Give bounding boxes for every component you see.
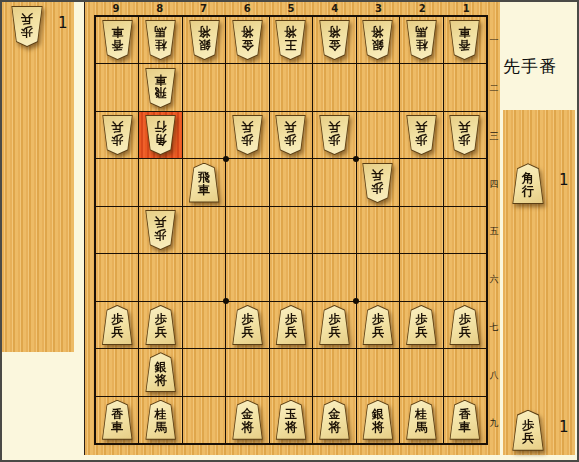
- square-48[interactable]: [313, 349, 355, 395]
- piece-silver-gote[interactable]: 銀将: [361, 20, 394, 60]
- square-62[interactable]: [226, 64, 268, 110]
- piece-gold-sente[interactable]: 金将: [231, 400, 264, 440]
- piece-kanji: 歩兵: [512, 411, 544, 450]
- piece-rook-sente[interactable]: 飛車: [188, 163, 221, 203]
- piece-tile: 歩兵: [511, 410, 545, 451]
- rank-label-8: 八: [488, 351, 500, 399]
- piece-kanji: 歩兵: [319, 306, 350, 344]
- square-89[interactable]: 桂馬: [139, 397, 181, 443]
- piece-tile: 歩兵: [274, 115, 307, 155]
- square-41[interactable]: 金将: [313, 17, 355, 63]
- piece-tile: 歩兵: [274, 305, 307, 345]
- piece-kanji: 歩兵: [232, 306, 263, 344]
- piece-pawn-sente[interactable]: 歩兵: [405, 305, 438, 345]
- square-34[interactable]: 歩兵: [357, 159, 399, 205]
- piece-pawn-gote[interactable]: 歩兵: [448, 115, 481, 155]
- piece-kanji: 歩兵: [362, 164, 393, 202]
- piece-tile: 飛車: [188, 163, 221, 203]
- piece-knight-gote[interactable]: 桂馬: [144, 20, 177, 60]
- piece-tile: 歩兵: [361, 305, 394, 345]
- hand-slot-pawn-sente[interactable]: 歩兵1: [503, 406, 575, 455]
- square-66[interactable]: [226, 254, 268, 300]
- piece-bishop-sente[interactable]: 角行: [511, 163, 545, 204]
- piece-bishop-gote[interactable]: 角行: [144, 115, 177, 155]
- square-51[interactable]: 王将: [270, 17, 312, 63]
- piece-tile: 金将: [318, 400, 351, 440]
- hand-slot-pawn-gote[interactable]: 歩兵1: [2, 2, 74, 52]
- square-47[interactable]: 歩兵: [313, 302, 355, 348]
- piece-pawn-sente[interactable]: 歩兵: [448, 305, 481, 345]
- square-76[interactable]: [183, 254, 225, 300]
- square-29[interactable]: 桂馬: [400, 397, 442, 443]
- piece-tile: 歩兵: [448, 305, 481, 345]
- piece-kanji: 銀将: [362, 401, 393, 439]
- square-93[interactable]: 歩兵: [96, 112, 138, 158]
- square-55[interactable]: [270, 207, 312, 253]
- piece-lance-gote[interactable]: 香車: [101, 20, 134, 60]
- piece-tile: 歩兵: [144, 305, 177, 345]
- square-75[interactable]: [183, 207, 225, 253]
- piece-pawn-sente[interactable]: 歩兵: [511, 410, 545, 451]
- square-84[interactable]: [139, 159, 181, 205]
- piece-silver-sente[interactable]: 銀将: [144, 352, 177, 392]
- star-point: [223, 298, 229, 304]
- piece-kanji: 香車: [102, 21, 133, 59]
- piece-silver-sente[interactable]: 銀将: [361, 400, 394, 440]
- square-28[interactable]: [400, 349, 442, 395]
- star-point: [353, 298, 359, 304]
- square-73[interactable]: [183, 112, 225, 158]
- piece-kanji: 香車: [449, 401, 480, 439]
- piece-kanji: 歩兵: [449, 116, 480, 154]
- piece-kanji: 桂馬: [145, 401, 176, 439]
- square-27[interactable]: 歩兵: [400, 302, 442, 348]
- piece-tile: 飛車: [144, 68, 177, 108]
- square-31[interactable]: 銀将: [357, 17, 399, 63]
- square-35[interactable]: [357, 207, 399, 253]
- hand-count-bishop-sente: 1: [559, 171, 569, 189]
- piece-tile: 桂馬: [405, 400, 438, 440]
- file-label-4: 4: [313, 2, 357, 16]
- file-label-9: 9: [94, 2, 138, 16]
- piece-pawn-gote[interactable]: 歩兵: [405, 115, 438, 155]
- square-78[interactable]: [183, 349, 225, 395]
- rank-label-9: 九: [488, 399, 500, 447]
- square-87[interactable]: 歩兵: [139, 302, 181, 348]
- turn-indicator: 先手番: [503, 55, 579, 78]
- piece-kanji: 桂馬: [406, 21, 437, 59]
- square-37[interactable]: 歩兵: [357, 302, 399, 348]
- square-26[interactable]: [400, 254, 442, 300]
- square-68[interactable]: [226, 349, 268, 395]
- piece-tile: 銀将: [144, 352, 177, 392]
- square-14[interactable]: [444, 159, 486, 205]
- file-label-5: 5: [269, 2, 313, 16]
- piece-knight-gote[interactable]: 桂馬: [405, 20, 438, 60]
- piece-kanji: 歩兵: [145, 211, 176, 249]
- piece-tile: 桂馬: [405, 20, 438, 60]
- square-95[interactable]: [96, 207, 138, 253]
- piece-knight-sente[interactable]: 桂馬: [405, 400, 438, 440]
- piece-tile: 歩兵: [231, 115, 264, 155]
- square-18[interactable]: [444, 349, 486, 395]
- piece-king-sente[interactable]: 玉将: [274, 400, 307, 440]
- piece-kanji: 歩兵: [102, 306, 133, 344]
- rank-label-7: 七: [488, 304, 500, 352]
- piece-tile: 角行: [511, 163, 545, 204]
- square-11[interactable]: 香車: [444, 17, 486, 63]
- piece-tile: 歩兵: [231, 305, 264, 345]
- rank-label-6: 六: [488, 256, 500, 304]
- hand-count-pawn-gote: 1: [58, 14, 68, 32]
- piece-kanji: 銀将: [145, 353, 176, 391]
- piece-pawn-gote[interactable]: 歩兵: [101, 115, 134, 155]
- square-65[interactable]: [226, 207, 268, 253]
- piece-kanji: 歩兵: [11, 7, 43, 46]
- square-13[interactable]: 歩兵: [444, 112, 486, 158]
- piece-pawn-sente[interactable]: 歩兵: [231, 305, 264, 345]
- piece-tile: 歩兵: [101, 115, 134, 155]
- piece-kanji: 王将: [275, 21, 306, 59]
- square-94[interactable]: [96, 159, 138, 205]
- piece-tile: 歩兵: [144, 210, 177, 250]
- square-33[interactable]: [357, 112, 399, 158]
- piece-lance-sente[interactable]: 香車: [101, 400, 134, 440]
- star-point: [223, 156, 229, 162]
- square-17[interactable]: 歩兵: [444, 302, 486, 348]
- square-99[interactable]: 香車: [96, 397, 138, 443]
- piece-tile: 桂馬: [144, 20, 177, 60]
- piece-lance-gote[interactable]: 香車: [448, 20, 481, 60]
- file-label-6: 6: [225, 2, 269, 16]
- piece-pawn-gote[interactable]: 歩兵: [10, 6, 44, 47]
- square-82[interactable]: 飛車: [139, 64, 181, 110]
- file-labels: 987654321: [94, 2, 488, 16]
- square-12[interactable]: [444, 64, 486, 110]
- piece-king-gote[interactable]: 王将: [274, 20, 307, 60]
- square-54[interactable]: [270, 159, 312, 205]
- square-61[interactable]: 金将: [226, 17, 268, 63]
- square-22[interactable]: [400, 64, 442, 110]
- square-23[interactable]: 歩兵: [400, 112, 442, 158]
- piece-kanji: 銀将: [189, 21, 220, 59]
- piece-tile: 歩兵: [405, 305, 438, 345]
- square-46[interactable]: [313, 254, 355, 300]
- piece-kanji: 角行: [145, 116, 176, 154]
- piece-tile: 銀将: [188, 20, 221, 60]
- piece-tile: 香車: [448, 400, 481, 440]
- gote-hand-panel: 歩兵1: [2, 2, 74, 352]
- square-59[interactable]: 玉将: [270, 397, 312, 443]
- rank-label-1: 一: [488, 17, 500, 65]
- piece-tile: 香車: [448, 20, 481, 60]
- piece-tile: 歩兵: [101, 305, 134, 345]
- piece-kanji: 桂馬: [145, 21, 176, 59]
- piece-pawn-sente[interactable]: 歩兵: [274, 305, 307, 345]
- piece-tile: 香車: [101, 20, 134, 60]
- piece-tile: 歩兵: [318, 305, 351, 345]
- square-86[interactable]: [139, 254, 181, 300]
- piece-pawn-gote[interactable]: 歩兵: [231, 115, 264, 155]
- square-39[interactable]: 銀将: [357, 397, 399, 443]
- square-85[interactable]: 歩兵: [139, 207, 181, 253]
- square-96[interactable]: [96, 254, 138, 300]
- piece-kanji: 歩兵: [232, 116, 263, 154]
- piece-tile: 金将: [231, 400, 264, 440]
- square-52[interactable]: [270, 64, 312, 110]
- piece-kanji: 歩兵: [362, 306, 393, 344]
- piece-pawn-sente[interactable]: 歩兵: [144, 305, 177, 345]
- piece-pawn-gote[interactable]: 歩兵: [274, 115, 307, 155]
- square-53[interactable]: 歩兵: [270, 112, 312, 158]
- square-49[interactable]: 金将: [313, 397, 355, 443]
- piece-kanji: 金将: [232, 21, 263, 59]
- square-44[interactable]: [313, 159, 355, 205]
- star-point: [353, 156, 359, 162]
- board-grid: 香車桂馬銀将金将王将金将銀将桂馬香車飛車歩兵角行歩兵歩兵歩兵歩兵歩兵飛車歩兵歩兵…: [94, 15, 488, 445]
- square-67[interactable]: 歩兵: [226, 302, 268, 348]
- piece-kanji: 金将: [319, 401, 350, 439]
- square-32[interactable]: [357, 64, 399, 110]
- square-72[interactable]: [183, 64, 225, 110]
- square-56[interactable]: [270, 254, 312, 300]
- piece-kanji: 銀将: [362, 21, 393, 59]
- rank-label-4: 四: [488, 160, 500, 208]
- piece-kanji: 桂馬: [406, 401, 437, 439]
- hand-slot-bishop-sente[interactable]: 角行1: [503, 159, 575, 208]
- piece-tile: 歩兵: [405, 115, 438, 155]
- file-label-7: 7: [182, 2, 226, 16]
- square-19[interactable]: 香車: [444, 397, 486, 443]
- square-21[interactable]: 桂馬: [400, 17, 442, 63]
- square-64[interactable]: [226, 159, 268, 205]
- square-92[interactable]: [96, 64, 138, 110]
- piece-kanji: 歩兵: [319, 116, 350, 154]
- piece-tile: 歩兵: [361, 163, 394, 203]
- file-label-8: 8: [138, 2, 182, 16]
- piece-tile: 香車: [101, 400, 134, 440]
- piece-kanji: 金将: [232, 401, 263, 439]
- piece-pawn-sente[interactable]: 歩兵: [101, 305, 134, 345]
- piece-pawn-sente[interactable]: 歩兵: [318, 305, 351, 345]
- square-38[interactable]: [357, 349, 399, 395]
- square-24[interactable]: [400, 159, 442, 205]
- piece-gold-sente[interactable]: 金将: [318, 400, 351, 440]
- piece-kanji: 歩兵: [406, 306, 437, 344]
- piece-kanji: 歩兵: [102, 116, 133, 154]
- piece-tile: 金将: [231, 20, 264, 60]
- square-88[interactable]: 銀将: [139, 349, 181, 395]
- square-81[interactable]: 桂馬: [139, 17, 181, 63]
- piece-kanji: 歩兵: [145, 306, 176, 344]
- piece-kanji: 歩兵: [275, 306, 306, 344]
- rank-labels: 一二三四五六七八九: [488, 17, 500, 447]
- piece-kanji: 玉将: [275, 401, 306, 439]
- file-label-2: 2: [400, 2, 444, 16]
- file-label-1: 1: [444, 2, 488, 16]
- piece-lance-sente[interactable]: 香車: [448, 400, 481, 440]
- piece-kanji: 飛車: [189, 164, 220, 202]
- shogi-board: 987654321 一二三四五六七八九 香車桂馬銀将金将王将金将銀将桂馬香車飛車…: [84, 2, 500, 455]
- piece-pawn-gote[interactable]: 歩兵: [361, 163, 394, 203]
- square-83-last-move-highlight[interactable]: 角行: [139, 112, 181, 158]
- piece-pawn-gote[interactable]: 歩兵: [318, 115, 351, 155]
- piece-tile: 角行: [144, 115, 177, 155]
- square-42[interactable]: [313, 64, 355, 110]
- piece-tile: 金将: [318, 20, 351, 60]
- rank-label-5: 五: [488, 208, 500, 256]
- piece-kanji: 香車: [102, 401, 133, 439]
- piece-kanji: 歩兵: [406, 116, 437, 154]
- square-57[interactable]: 歩兵: [270, 302, 312, 348]
- piece-silver-gote[interactable]: 銀将: [188, 20, 221, 60]
- piece-gold-gote[interactable]: 金将: [231, 20, 264, 60]
- piece-kanji: 金将: [319, 21, 350, 59]
- piece-kanji: 歩兵: [275, 116, 306, 154]
- square-45[interactable]: [313, 207, 355, 253]
- piece-kanji: 歩兵: [449, 306, 480, 344]
- piece-kanji: 角行: [512, 164, 544, 203]
- piece-tile: 銀将: [361, 20, 394, 60]
- piece-pawn-gote[interactable]: 歩兵: [144, 210, 177, 250]
- piece-tile: 銀将: [361, 400, 394, 440]
- piece-pawn-sente[interactable]: 歩兵: [361, 305, 394, 345]
- piece-kanji: 飛車: [145, 69, 176, 107]
- square-15[interactable]: [444, 207, 486, 253]
- square-69[interactable]: 金将: [226, 397, 268, 443]
- square-25[interactable]: [400, 207, 442, 253]
- piece-tile: 玉将: [274, 400, 307, 440]
- rank-label-3: 三: [488, 113, 500, 161]
- piece-tile: 歩兵: [448, 115, 481, 155]
- piece-gold-gote[interactable]: 金将: [318, 20, 351, 60]
- file-label-3: 3: [357, 2, 401, 16]
- shogi-app-window: 歩兵1 987654321 一二三四五六七八九 香車桂馬銀将金将王将金将銀将桂馬…: [0, 0, 579, 462]
- square-91[interactable]: 香車: [96, 17, 138, 63]
- square-79[interactable]: [183, 397, 225, 443]
- square-58[interactable]: [270, 349, 312, 395]
- square-98[interactable]: [96, 349, 138, 395]
- hand-count-pawn-sente: 1: [559, 418, 569, 436]
- piece-tile: 王将: [274, 20, 307, 60]
- square-97[interactable]: 歩兵: [96, 302, 138, 348]
- piece-rook-gote[interactable]: 飛車: [144, 68, 177, 108]
- square-16[interactable]: [444, 254, 486, 300]
- square-71[interactable]: 銀将: [183, 17, 225, 63]
- square-77[interactable]: [183, 302, 225, 348]
- square-63[interactable]: 歩兵: [226, 112, 268, 158]
- rank-label-2: 二: [488, 65, 500, 113]
- piece-tile: 歩兵: [318, 115, 351, 155]
- square-36[interactable]: [357, 254, 399, 300]
- piece-tile: 歩兵: [10, 6, 44, 47]
- square-74[interactable]: 飛車: [183, 159, 225, 205]
- sente-hand-panel: 角行1歩兵1: [503, 110, 575, 455]
- piece-knight-sente[interactable]: 桂馬: [144, 400, 177, 440]
- square-43[interactable]: 歩兵: [313, 112, 355, 158]
- piece-tile: 桂馬: [144, 400, 177, 440]
- piece-kanji: 香車: [449, 21, 480, 59]
